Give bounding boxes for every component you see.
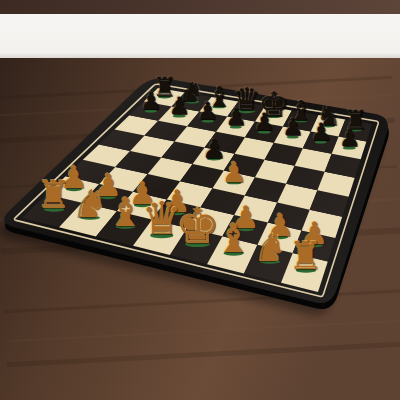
pawn-glyph: ♟ (254, 111, 275, 135)
pawn-glyph: ♟ (310, 122, 331, 146)
pawn-glyph: ♟ (197, 101, 218, 125)
wall-trim (0, 0, 400, 14)
wall (0, 14, 400, 58)
rook-glyph: ♜ (37, 176, 71, 214)
king-glyph: ♚ (176, 202, 220, 251)
bishop-glyph: ♝ (216, 219, 252, 259)
pawn-glyph: ♟ (169, 96, 190, 120)
pawn-glyph: ♟ (282, 117, 303, 141)
pawn-glyph: ♟ (225, 106, 246, 130)
bishop-glyph: ♝ (108, 192, 144, 232)
pawn-glyph: ♟ (140, 90, 161, 114)
knight-glyph: ♞ (73, 185, 107, 223)
product-photo-scene: ♜♞♝♟♛♚♟♝♟♞♟♜♟♟♟♟♟♟♟♟♟♜♟♞♝♟♛♟♚♟♝♞♜ (0, 0, 400, 400)
rook-glyph: ♜ (288, 237, 322, 275)
knight-glyph: ♞ (252, 229, 286, 267)
pawn-glyph: ♟ (339, 127, 360, 151)
pawn-glyph: ♟ (222, 159, 247, 187)
